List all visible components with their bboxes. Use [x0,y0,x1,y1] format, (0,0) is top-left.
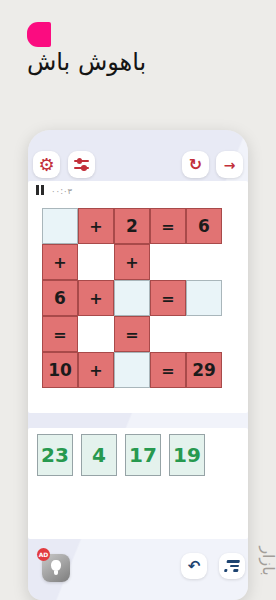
grid-cell-r5c3[interactable] [114,352,150,388]
grid-cell-r5c5: 29 [186,352,222,388]
grid-cell-r4c2 [78,316,114,352]
puzzle-grid: +2=6++6+===10+=29 [42,208,222,388]
grid-cell-r3c3[interactable] [114,280,150,316]
undo-arrow-icon: ↶ [188,557,201,575]
next-puzzle-button[interactable]: → [216,151,243,178]
grid-cell-r2c4 [150,244,186,280]
refresh-icon: ↻ [189,155,202,174]
grid-cell-r4c4 [150,316,186,352]
phone-mockup: ⚙ ↻ → ۰۰:۰۳ +2=6++6+===10+=29 2341719 AD… [28,130,248,600]
answer-tile-4[interactable]: 19 [169,434,205,476]
grid-cell-r1c4: = [150,208,186,244]
page: باهوش باش ⚙ ↻ → ۰۰:۰۳ +2=6++6+===10+=29 … [0,0,276,600]
answer-tile-3[interactable]: 17 [125,434,161,476]
app-title: باهوش باش [27,48,146,76]
grid-cell-r2c5 [186,244,222,280]
hint-button[interactable] [219,553,245,579]
grid-cell-r1c2: + [78,208,114,244]
ad-badge: AD [37,548,50,561]
grid-cell-r4c1: = [42,316,78,352]
options-button[interactable] [68,151,95,178]
arrow-right-icon: → [224,157,236,173]
settings-button[interactable]: ⚙ [33,151,60,178]
grid-cell-r2c1: + [42,244,78,280]
grid-cell-r1c3: 2 [114,208,150,244]
pause-button[interactable] [36,185,44,195]
ad-app-icon[interactable]: AD [42,554,70,582]
gear-icon: ⚙ [38,154,54,175]
answer-tile-1[interactable]: 23 [37,434,73,476]
grid-cell-r1c1[interactable] [42,208,78,244]
board-card: ۰۰:۰۳ +2=6++6+===10+=29 [28,181,248,413]
app-logo [27,22,51,47]
answer-tile-2[interactable]: 4 [81,434,117,476]
grid-cell-r4c5 [186,316,222,352]
undo-button[interactable]: ↶ [181,553,207,579]
sort-bars-icon [224,560,240,572]
timer: ۰۰:۰۳ [51,186,72,196]
sliders-icon [74,158,89,171]
tray-card: 2341719 [28,428,248,539]
store-watermark: بازار [260,531,276,591]
grid-cell-r2c3: + [114,244,150,280]
grid-cell-r5c4: = [150,352,186,388]
grid-cell-r5c2: + [78,352,114,388]
grid-cell-r3c2: + [78,280,114,316]
grid-cell-r3c5[interactable] [186,280,222,316]
grid-cell-r2c2 [78,244,114,280]
grid-cell-r3c4: = [150,280,186,316]
lightbulb-icon [51,560,61,571]
grid-cell-r4c3: = [114,316,150,352]
grid-cell-r3c1: 6 [42,280,78,316]
answer-tray: 2341719 [37,434,205,476]
grid-cell-r5c1: 10 [42,352,78,388]
restart-button[interactable]: ↻ [182,151,209,178]
grid-cell-r1c5: 6 [186,208,222,244]
